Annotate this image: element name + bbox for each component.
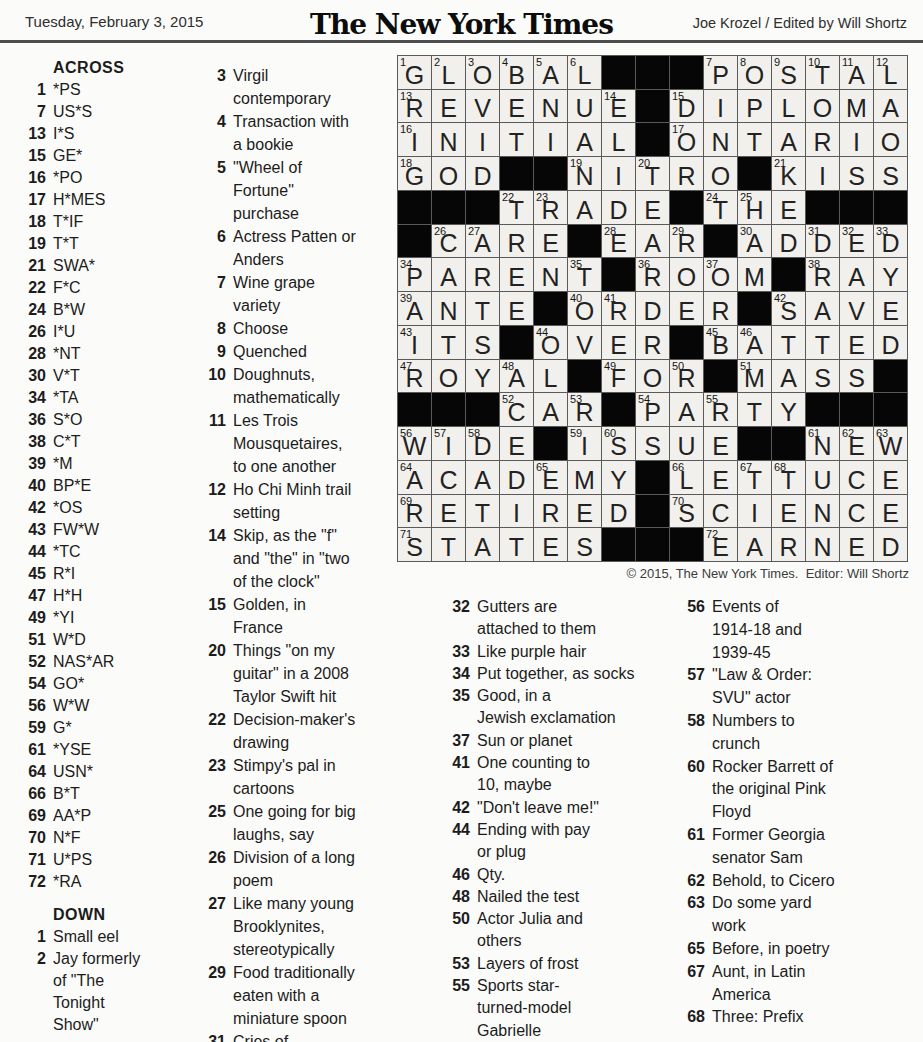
clue-text: Division of a long poem xyxy=(233,846,355,892)
clue-number: 70 xyxy=(20,827,53,849)
cell-letter: E xyxy=(840,332,873,359)
clue-down-58: 58Numbers to crunch xyxy=(679,710,923,756)
grid-cell-r3c11[interactable]: T xyxy=(738,123,771,156)
grid-cell-r9c14[interactable]: E xyxy=(840,326,873,359)
clue-text: Things "on my guitar" in a 2008 Taylor S… xyxy=(233,639,349,708)
grid-cell-r5c4[interactable]: 22T xyxy=(500,191,533,224)
grid-cell-r15c3[interactable]: A xyxy=(466,528,499,561)
grid-cell-r15c6[interactable]: S xyxy=(568,528,601,561)
grid-cell-r9c13[interactable]: T xyxy=(806,326,839,359)
cell-letter: T xyxy=(738,399,771,426)
clue-down-33: 33Like purple hair xyxy=(444,641,666,663)
grid-cell-r6c3[interactable]: 27A xyxy=(466,225,499,258)
clue-text: Former Georgia senator Sam xyxy=(712,824,825,870)
grid-cell-r15c1[interactable]: 71S xyxy=(398,528,431,561)
grid-cell-r7c9[interactable]: O xyxy=(670,258,703,291)
grid-cell-r10c14[interactable]: S xyxy=(840,360,873,393)
grid-cell-r15c5[interactable]: E xyxy=(534,528,567,561)
grid-cell-r7c8[interactable]: 36R xyxy=(636,258,669,291)
grid-cell-r1c12[interactable]: 9S xyxy=(772,56,805,89)
grid-cell-r15c11[interactable]: A xyxy=(738,528,771,561)
grid-cell-r7c1[interactable]: 34P xyxy=(398,258,431,291)
grid-cell-r13c4[interactable]: D xyxy=(500,461,533,494)
grid-cell-r14c3[interactable]: T xyxy=(466,495,499,528)
grid-cell-r4c12[interactable]: 21K xyxy=(772,157,805,190)
grid-cell-r7c10[interactable]: 37O xyxy=(704,258,737,291)
grid-cell-r6c12[interactable]: D xyxy=(772,225,805,258)
cell-letter: A xyxy=(568,129,601,156)
grid-cell-r10c12[interactable]: A xyxy=(772,360,805,393)
clue-text: T*T xyxy=(53,233,79,255)
clue-across-30: 30V*T xyxy=(20,365,192,387)
grid-cell-r10c2[interactable]: O xyxy=(432,360,465,393)
black-square-r13c8 xyxy=(636,461,669,494)
clue-across-52: 52NAS*AR xyxy=(20,651,192,673)
grid-cell-r5c8[interactable]: E xyxy=(636,191,669,224)
grid-cell-r14c12[interactable]: E xyxy=(772,495,805,528)
grid-cell-r9c1[interactable]: 43I xyxy=(398,326,431,359)
grid-cell-r7c6[interactable]: 35T xyxy=(568,258,601,291)
grid-cell-r15c2[interactable]: T xyxy=(432,528,465,561)
clue-down-4: 4Transaction with a bookie xyxy=(200,110,392,156)
grid-cell-r12c15[interactable]: 63W xyxy=(874,427,907,460)
grid-cell-r9c7[interactable]: E xyxy=(602,326,635,359)
cell-letter: R xyxy=(670,365,703,392)
grid-cell-r2c5[interactable]: N xyxy=(534,90,567,123)
grid-cell-r8c3[interactable]: T xyxy=(466,292,499,325)
clue-across-49: 49*YI xyxy=(20,607,192,629)
cell-letter: E xyxy=(500,95,533,122)
grid-cell-r12c1[interactable]: 56W xyxy=(398,427,431,460)
clue-text: F*C xyxy=(53,277,81,299)
grid-cell-r2c15[interactable]: A xyxy=(874,90,907,123)
grid-cell-r3c10[interactable]: N xyxy=(704,123,737,156)
black-square-r10c15 xyxy=(874,360,907,393)
clue-down-15: 15Golden, in France xyxy=(200,593,392,639)
grid-cell-r8c12[interactable]: 42S xyxy=(772,292,805,325)
grid-cell-r13c12[interactable]: 68T xyxy=(772,461,805,494)
grid-cell-r6c14[interactable]: 32E xyxy=(840,225,873,258)
black-square-r11c2 xyxy=(432,393,465,426)
cell-letter: E xyxy=(840,534,873,561)
grid-cell-r11c4[interactable]: 52C xyxy=(500,393,533,426)
grid-cell-r14c14[interactable]: C xyxy=(840,495,873,528)
grid-cell-r13c11[interactable]: 67T xyxy=(738,461,771,494)
grid-cell-r6c7[interactable]: 28E xyxy=(602,225,635,258)
grid-cell-r1c1[interactable]: 1G xyxy=(398,56,431,89)
grid-cell-r8c10[interactable]: R xyxy=(704,292,737,325)
grid-cell-r7c13[interactable]: 38R xyxy=(806,258,839,291)
grid-cell-r2c3[interactable]: V xyxy=(466,90,499,123)
grid-cell-r8c13[interactable]: A xyxy=(806,292,839,325)
cell-letter: T xyxy=(704,197,737,224)
grid-cell-r9c12[interactable]: T xyxy=(772,326,805,359)
grid-cell-r14c11[interactable]: I xyxy=(738,495,771,528)
grid-cell-r12c13[interactable]: 61N xyxy=(806,427,839,460)
grid-cell-r10c5[interactable]: L xyxy=(534,360,567,393)
grid-cell-r1c6[interactable]: 6L xyxy=(568,56,601,89)
grid-cell-r11c6[interactable]: 53R xyxy=(568,393,601,426)
grid-cell-r10c9[interactable]: 50R xyxy=(670,360,703,393)
grid-cell-r12c3[interactable]: 58D xyxy=(466,427,499,460)
grid-cell-r15c12[interactable]: R xyxy=(772,528,805,561)
grid-cell-r10c7[interactable]: 49F xyxy=(602,360,635,393)
grid-cell-r6c15[interactable]: 33D xyxy=(874,225,907,258)
cell-letter: W xyxy=(398,433,431,460)
grid-cell-r10c11[interactable]: 51M xyxy=(738,360,771,393)
grid-cell-r13c6[interactable]: M xyxy=(568,461,601,494)
grid-cell-r5c7[interactable]: D xyxy=(602,191,635,224)
grid-cell-r1c4[interactable]: 4B xyxy=(500,56,533,89)
grid-cell-r2c1[interactable]: 13R xyxy=(398,90,431,123)
grid-cell-r2c4[interactable]: E xyxy=(500,90,533,123)
grid-cell-r2c10[interactable]: I xyxy=(704,90,737,123)
grid-cell-r15c13[interactable]: N xyxy=(806,528,839,561)
grid-cell-r4c10[interactable]: O xyxy=(704,157,737,190)
grid-cell-r14c10[interactable]: C xyxy=(704,495,737,528)
grid-cell-r14c1[interactable]: 69R xyxy=(398,495,431,528)
grid-cell-r6c4[interactable]: R xyxy=(500,225,533,258)
cell-letter: B xyxy=(500,62,533,89)
grid-cell-r9c10[interactable]: 45B xyxy=(704,326,737,359)
grid-cell-r8c1[interactable]: 39A xyxy=(398,292,431,325)
cell-letter: O xyxy=(466,62,499,89)
grid-cell-r6c5[interactable]: E xyxy=(534,225,567,258)
grid-cell-r8c2[interactable]: N xyxy=(432,292,465,325)
clue-down-1: 1Small eel xyxy=(20,926,192,948)
grid-cell-r13c5[interactable]: 65E xyxy=(534,461,567,494)
grid-cell-r4c2[interactable]: O xyxy=(432,157,465,190)
clue-down-62: 62Behold, to Cicero xyxy=(679,870,923,893)
grid-cell-r14c6[interactable]: E xyxy=(568,495,601,528)
cell-letter: W xyxy=(874,433,907,460)
clue-number: 1 xyxy=(20,79,53,101)
cell-letter: E xyxy=(500,298,533,325)
grid-cell-r10c1[interactable]: 47R xyxy=(398,360,431,393)
grid-cell-r5c12[interactable]: E xyxy=(772,191,805,224)
grid-cell-r10c4[interactable]: 48A xyxy=(500,360,533,393)
cell-letter: E xyxy=(874,467,907,494)
grid-cell-r14c7[interactable]: D xyxy=(602,495,635,528)
clue-number: 22 xyxy=(20,277,53,299)
grid-cell-r12c10[interactable]: E xyxy=(704,427,737,460)
grid-cell-r14c4[interactable]: I xyxy=(500,495,533,528)
grid-cell-r2c6[interactable]: U xyxy=(568,90,601,123)
cell-letter: I xyxy=(806,163,839,190)
grid-cell-r2c2[interactable]: E xyxy=(432,90,465,123)
grid-cell-r9c15[interactable]: D xyxy=(874,326,907,359)
clue-across-24: 24B*W xyxy=(20,299,192,321)
grid-cell-r1c10[interactable]: 7P xyxy=(704,56,737,89)
clue-text: Actress Patten or Anders xyxy=(233,225,356,271)
grid-cell-r3c13[interactable]: R xyxy=(806,123,839,156)
grid-cell-r11c9[interactable]: A xyxy=(670,393,703,426)
grid-cell-r2c9[interactable]: 15D xyxy=(670,90,703,123)
grid-cell-r3c14[interactable]: I xyxy=(840,123,873,156)
grid-cell-r8c15[interactable]: E xyxy=(874,292,907,325)
grid-cell-r9c5[interactable]: 44O xyxy=(534,326,567,359)
cell-letter: O xyxy=(568,298,601,325)
grid-cell-r3c5[interactable]: I xyxy=(534,123,567,156)
clue-down-12: 12Ho Chi Minh trail setting xyxy=(200,478,392,524)
cell-letter: I xyxy=(704,95,737,122)
grid-cell-r7c4[interactable]: E xyxy=(500,258,533,291)
grid-cell-r9c6[interactable]: V xyxy=(568,326,601,359)
grid-cell-r13c13[interactable]: U xyxy=(806,461,839,494)
grid-cell-r8c8[interactable]: D xyxy=(636,292,669,325)
grid-cell-r15c10[interactable]: 72E xyxy=(704,528,737,561)
clue-number: 12 xyxy=(200,478,233,524)
cell-letter: R xyxy=(704,298,737,325)
grid-cell-r3c6[interactable]: A xyxy=(568,123,601,156)
cell-letter: E xyxy=(840,230,873,257)
clue-text: R*I xyxy=(53,563,75,585)
grid-cell-r9c3[interactable]: S xyxy=(466,326,499,359)
grid-cell-r1c11[interactable]: 8O xyxy=(738,56,771,89)
grid-cell-r7c15[interactable]: Y xyxy=(874,258,907,291)
black-square-r8c11 xyxy=(738,292,771,325)
cell-letter: M xyxy=(738,264,771,291)
grid-cell-r11c5[interactable]: A xyxy=(534,393,567,426)
grid-cell-r13c15[interactable]: E xyxy=(874,461,907,494)
clue-number: 36 xyxy=(20,409,53,431)
grid-cell-r8c4[interactable]: E xyxy=(500,292,533,325)
clue-number: 31 xyxy=(200,1030,233,1042)
clue-number: 18 xyxy=(20,211,53,233)
grid-cell-r15c15[interactable]: D xyxy=(874,528,907,561)
grid-cell-r12c2[interactable]: 57I xyxy=(432,427,465,460)
grid-cell-r8c7[interactable]: 41R xyxy=(602,292,635,325)
grid-cell-r1c5[interactable]: 5A xyxy=(534,56,567,89)
grid-cell-r13c7[interactable]: Y xyxy=(602,461,635,494)
grid-cell-r13c10[interactable]: E xyxy=(704,461,737,494)
grid-cell-r8c6[interactable]: 40O xyxy=(568,292,601,325)
grid-cell-r15c14[interactable]: E xyxy=(840,528,873,561)
grid-cell-r2c11[interactable]: P xyxy=(738,90,771,123)
clue-number: 11 xyxy=(200,409,233,478)
grid-cell-r4c15[interactable]: S xyxy=(874,157,907,190)
clue-down-29: 29Food traditionally eaten with a miniat… xyxy=(200,961,392,1030)
grid-cell-r7c11[interactable]: M xyxy=(738,258,771,291)
grid-cell-r7c14[interactable]: A xyxy=(840,258,873,291)
cell-letter: T xyxy=(500,534,533,561)
grid-cell-r3c1[interactable]: 16I xyxy=(398,123,431,156)
clue-number: 41 xyxy=(444,752,477,797)
grid-cell-r14c15[interactable]: E xyxy=(874,495,907,528)
clue-text: N*F xyxy=(53,827,81,849)
grid-cell-r4c9[interactable]: R xyxy=(670,157,703,190)
grid-cell-r13c14[interactable]: C xyxy=(840,461,873,494)
black-square-r8c5 xyxy=(534,292,567,325)
grid-cell-r13c9[interactable]: 66L xyxy=(670,461,703,494)
grid-cell-r13c3[interactable]: A xyxy=(466,461,499,494)
cell-letter: O xyxy=(670,264,703,291)
clue-number: 40 xyxy=(20,475,53,497)
cell-letter: S xyxy=(874,163,907,190)
cell-letter: E xyxy=(432,500,465,527)
black-square-r11c15 xyxy=(874,393,907,426)
clue-across-45: 45R*I xyxy=(20,563,192,585)
grid-cell-r5c5[interactable]: 23R xyxy=(534,191,567,224)
cell-letter: A xyxy=(534,62,567,89)
grid-cell-r4c13[interactable]: I xyxy=(806,157,839,190)
grid-cell-r3c3[interactable]: I xyxy=(466,123,499,156)
clue-text: Actor Julia and others xyxy=(477,908,583,953)
clue-down-67: 67Aunt, in Latin America xyxy=(679,961,923,1007)
clue-text: Like purple hair xyxy=(477,641,586,663)
grid-cell-r12c9[interactable]: U xyxy=(670,427,703,460)
grid-cell-r12c4[interactable]: E xyxy=(500,427,533,460)
grid-cell-r2c14[interactable]: M xyxy=(840,90,873,123)
grid-cell-r14c13[interactable]: N xyxy=(806,495,839,528)
grid-cell-r6c8[interactable]: A xyxy=(636,225,669,258)
grid-cell-r5c6[interactable]: A xyxy=(568,191,601,224)
cell-letter: K xyxy=(772,163,805,190)
grid-cell-r4c1[interactable]: 18G xyxy=(398,157,431,190)
grid-cell-r2c12[interactable]: L xyxy=(772,90,805,123)
grid-cell-r11c8[interactable]: 54P xyxy=(636,393,669,426)
clue-across-36: 36S*O xyxy=(20,409,192,431)
clue-number: 56 xyxy=(679,596,712,664)
clue-text: Layers of frost xyxy=(477,953,578,975)
grid-cell-r5c10[interactable]: 24T xyxy=(704,191,737,224)
grid-cell-r12c8[interactable]: S xyxy=(636,427,669,460)
grid-cell-r4c14[interactable]: S xyxy=(840,157,873,190)
cell-letter: L xyxy=(670,467,703,494)
grid-cell-r12c14[interactable]: 62E xyxy=(840,427,873,460)
grid-cell-r14c9[interactable]: 70S xyxy=(670,495,703,528)
clue-number: 43 xyxy=(20,519,53,541)
clue-across-15: 15GE* xyxy=(20,145,192,167)
grid-cell-r10c8[interactable]: O xyxy=(636,360,669,393)
grid-cell-r9c2[interactable]: T xyxy=(432,326,465,359)
grid-cell-r12c6[interactable]: 59I xyxy=(568,427,601,460)
grid-cell-r3c7[interactable]: L xyxy=(602,123,635,156)
cell-letter: R xyxy=(806,129,839,156)
cell-letter: A xyxy=(738,332,771,359)
clue-text: Three: Prefix xyxy=(712,1006,804,1029)
grid-cell-r5c11[interactable]: 25H xyxy=(738,191,771,224)
clue-number: 5 xyxy=(200,156,233,225)
grid-cell-r1c2[interactable]: 2L xyxy=(432,56,465,89)
cell-letter: Y xyxy=(874,264,907,291)
cell-letter: R xyxy=(398,500,431,527)
grid-cell-r4c7[interactable]: I xyxy=(602,157,635,190)
grid-cell-r3c2[interactable]: N xyxy=(432,123,465,156)
cell-letter: A xyxy=(398,467,431,494)
cell-letter: D xyxy=(466,163,499,190)
cell-letter: P xyxy=(704,62,737,89)
clue-number: 16 xyxy=(20,167,53,189)
clue-text: FW*W xyxy=(53,519,99,541)
clue-text: H*H xyxy=(53,585,82,607)
clue-across-72: 72*RA xyxy=(20,871,192,893)
grid-cell-r7c3[interactable]: R xyxy=(466,258,499,291)
grid-cell-r8c9[interactable]: E xyxy=(670,292,703,325)
grid-cell-r1c15[interactable]: 12L xyxy=(874,56,907,89)
clue-text: Les Trois Mousquetaires, to one another xyxy=(233,409,342,478)
clue-down-27: 27Like many young Brooklynites, stereoty… xyxy=(200,892,392,961)
clue-text: Choose xyxy=(233,317,288,340)
grid-cell-r9c8[interactable]: R xyxy=(636,326,669,359)
grid-cell-r13c2[interactable]: C xyxy=(432,461,465,494)
grid-cell-r15c4[interactable]: T xyxy=(500,528,533,561)
cell-letter: S xyxy=(772,62,805,89)
cell-letter: T xyxy=(636,163,669,190)
grid-cell-r13c1[interactable]: 64A xyxy=(398,461,431,494)
cell-letter: I xyxy=(534,129,567,156)
clue-text: Skip, as the "f" and "the" in "two of th… xyxy=(233,524,350,593)
cell-letter: S xyxy=(398,534,431,561)
clue-across-64: 64USN* xyxy=(20,761,192,783)
cell-letter: T xyxy=(466,298,499,325)
grid-cell-r9c11[interactable]: 46A xyxy=(738,326,771,359)
grid-cell-r4c8[interactable]: 20T xyxy=(636,157,669,190)
grid-cell-r1c3[interactable]: 3O xyxy=(466,56,499,89)
crossword-grid: 1G2L3O4B5A6L7P8O9S10T11A12L13REVENU14E15… xyxy=(397,55,908,562)
cell-letter: S xyxy=(602,433,635,460)
clue-across-54: 54GO* xyxy=(20,673,192,695)
clue-text: Transaction with a bookie xyxy=(233,110,349,156)
cell-letter: S xyxy=(466,332,499,359)
grid-cell-r1c14[interactable]: 11A xyxy=(840,56,873,89)
grid-cell-r11c12[interactable]: Y xyxy=(772,393,805,426)
grid-cell-r14c5[interactable]: R xyxy=(534,495,567,528)
cell-letter: O xyxy=(636,365,669,392)
clue-text: Food traditionally eaten with a miniatur… xyxy=(233,961,355,1030)
grid-cell-r3c15[interactable]: O xyxy=(874,123,907,156)
cell-letter: Y xyxy=(602,467,635,494)
grid-cell-r11c10[interactable]: 55R xyxy=(704,393,737,426)
clue-number: 13 xyxy=(20,123,53,145)
grid-cell-r2c13[interactable]: O xyxy=(806,90,839,123)
grid-cell-r6c13[interactable]: 31D xyxy=(806,225,839,258)
grid-cell-r6c9[interactable]: 29R xyxy=(670,225,703,258)
grid-cell-r3c9[interactable]: 17O xyxy=(670,123,703,156)
grid-cell-r4c6[interactable]: 19N xyxy=(568,157,601,190)
grid-cell-r1c13[interactable]: 10T xyxy=(806,56,839,89)
cell-letter: U xyxy=(670,433,703,460)
clue-number: 59 xyxy=(20,717,53,739)
grid-cell-r11c11[interactable]: T xyxy=(738,393,771,426)
grid-cell-r12c7[interactable]: 60S xyxy=(602,427,635,460)
grid-cell-r8c14[interactable]: V xyxy=(840,292,873,325)
cell-letter: R xyxy=(568,399,601,426)
cell-letter: A xyxy=(806,298,839,325)
grid-cell-r3c12[interactable]: A xyxy=(772,123,805,156)
grid-cell-r10c13[interactable]: S xyxy=(806,360,839,393)
grid-cell-r7c5[interactable]: N xyxy=(534,258,567,291)
grid-cell-r4c3[interactable]: D xyxy=(466,157,499,190)
cell-letter: R xyxy=(806,264,839,291)
grid-cell-r6c11[interactable]: 30A xyxy=(738,225,771,258)
clue-text: Small eel xyxy=(53,926,119,948)
clue-across-42: 42*OS xyxy=(20,497,192,519)
clue-number: 10 xyxy=(200,363,233,409)
clue-number: 22 xyxy=(200,708,233,754)
grid-cell-r14c2[interactable]: E xyxy=(432,495,465,528)
grid-cell-r10c3[interactable]: Y xyxy=(466,360,499,393)
grid-cell-r2c7[interactable]: 14E xyxy=(602,90,635,123)
cell-letter: L xyxy=(568,62,601,89)
clue-text: *PS xyxy=(53,79,81,101)
black-square-r9c9 xyxy=(670,326,703,359)
grid-cell-r7c2[interactable]: A xyxy=(432,258,465,291)
grid-cell-r3c4[interactable]: T xyxy=(500,123,533,156)
grid-cell-r6c2[interactable]: 26C xyxy=(432,225,465,258)
clue-number: 50 xyxy=(444,908,477,953)
clue-down-9: 9Quenched xyxy=(200,340,392,363)
